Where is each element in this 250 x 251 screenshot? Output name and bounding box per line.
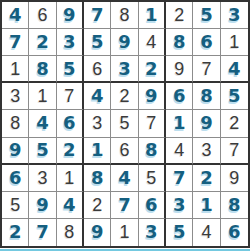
- cell-r8c9[interactable]: 8: [221, 192, 248, 219]
- cell-r2c6[interactable]: 4: [139, 29, 166, 56]
- cell-r8c6[interactable]: 6: [139, 192, 166, 219]
- cell-r1c5[interactable]: 8: [111, 2, 138, 29]
- cell-r7c3[interactable]: 1: [57, 165, 84, 192]
- cell-r9c3[interactable]: 8: [57, 219, 84, 246]
- cell-r5c4[interactable]: 3: [84, 110, 111, 137]
- cell-r3c7[interactable]: 9: [166, 56, 193, 83]
- cell-r3c1[interactable]: 1: [2, 56, 29, 83]
- cell-r4c5[interactable]: 2: [111, 83, 138, 110]
- cell-r4c6[interactable]: 9: [139, 83, 166, 110]
- cell-r3c6[interactable]: 2: [139, 56, 166, 83]
- cell-r5c9[interactable]: 2: [221, 110, 248, 137]
- cell-r2c8[interactable]: 6: [193, 29, 220, 56]
- cell-r2c5[interactable]: 9: [111, 29, 138, 56]
- cell-r7c2[interactable]: 3: [29, 165, 56, 192]
- cell-r8c3[interactable]: 4: [57, 192, 84, 219]
- cell-r8c2[interactable]: 9: [29, 192, 56, 219]
- cell-r5c1[interactable]: 8: [2, 110, 29, 137]
- cell-r1c7[interactable]: 2: [166, 2, 193, 29]
- sudoku-board: 4697812537235948611856329743174296858463…: [0, 0, 250, 248]
- cell-r7c5[interactable]: 4: [111, 165, 138, 192]
- cell-r7c1[interactable]: 6: [2, 165, 29, 192]
- cell-r6c5[interactable]: 6: [111, 138, 138, 165]
- cell-r5c2[interactable]: 4: [29, 110, 56, 137]
- cell-r1c6[interactable]: 1: [139, 2, 166, 29]
- cell-r8c4[interactable]: 2: [84, 192, 111, 219]
- cell-r6c6[interactable]: 8: [139, 138, 166, 165]
- cell-r2c2[interactable]: 2: [29, 29, 56, 56]
- cell-r1c2[interactable]: 6: [29, 2, 56, 29]
- cell-r3c4[interactable]: 6: [84, 56, 111, 83]
- cell-r7c7[interactable]: 7: [166, 165, 193, 192]
- cell-r4c4[interactable]: 4: [84, 83, 111, 110]
- cell-r5c6[interactable]: 7: [139, 110, 166, 137]
- cell-r1c4[interactable]: 7: [84, 2, 111, 29]
- cell-r4c2[interactable]: 1: [29, 83, 56, 110]
- cell-r7c8[interactable]: 2: [193, 165, 220, 192]
- cell-r2c7[interactable]: 8: [166, 29, 193, 56]
- cell-r9c1[interactable]: 2: [2, 219, 29, 246]
- cell-r5c3[interactable]: 6: [57, 110, 84, 137]
- cell-r4c9[interactable]: 5: [221, 83, 248, 110]
- cell-r6c8[interactable]: 3: [193, 138, 220, 165]
- cell-r6c4[interactable]: 1: [84, 138, 111, 165]
- cell-r3c9[interactable]: 4: [221, 56, 248, 83]
- cell-r2c1[interactable]: 7: [2, 29, 29, 56]
- cell-r1c8[interactable]: 5: [193, 2, 220, 29]
- cell-r2c4[interactable]: 5: [84, 29, 111, 56]
- sudoku-page: 4697812537235948611856329743174296858463…: [0, 0, 250, 251]
- cell-r1c9[interactable]: 3: [221, 2, 248, 29]
- cell-r6c2[interactable]: 5: [29, 138, 56, 165]
- cell-r7c4[interactable]: 8: [84, 165, 111, 192]
- cell-r7c6[interactable]: 5: [139, 165, 166, 192]
- cell-r8c1[interactable]: 5: [2, 192, 29, 219]
- cell-r9c5[interactable]: 1: [111, 219, 138, 246]
- cell-r6c9[interactable]: 7: [221, 138, 248, 165]
- cell-r6c1[interactable]: 9: [2, 138, 29, 165]
- cell-r4c8[interactable]: 8: [193, 83, 220, 110]
- cell-r7c9[interactable]: 9: [221, 165, 248, 192]
- cell-r2c9[interactable]: 1: [221, 29, 248, 56]
- cell-r3c5[interactable]: 3: [111, 56, 138, 83]
- cell-r8c8[interactable]: 1: [193, 192, 220, 219]
- cell-r6c7[interactable]: 4: [166, 138, 193, 165]
- cell-r5c5[interactable]: 5: [111, 110, 138, 137]
- cell-r8c5[interactable]: 7: [111, 192, 138, 219]
- cell-r4c1[interactable]: 3: [2, 83, 29, 110]
- cell-r5c7[interactable]: 1: [166, 110, 193, 137]
- cell-r3c8[interactable]: 7: [193, 56, 220, 83]
- cell-r2c3[interactable]: 3: [57, 29, 84, 56]
- cell-r4c7[interactable]: 6: [166, 83, 193, 110]
- cell-r3c2[interactable]: 8: [29, 56, 56, 83]
- cell-r9c4[interactable]: 9: [84, 219, 111, 246]
- cell-r6c3[interactable]: 2: [57, 138, 84, 165]
- cell-r9c8[interactable]: 4: [193, 219, 220, 246]
- cell-r3c3[interactable]: 5: [57, 56, 84, 83]
- cell-r4c3[interactable]: 7: [57, 83, 84, 110]
- cell-r9c2[interactable]: 7: [29, 219, 56, 246]
- cell-r9c7[interactable]: 5: [166, 219, 193, 246]
- cell-r1c1[interactable]: 4: [2, 2, 29, 29]
- cell-r9c6[interactable]: 3: [139, 219, 166, 246]
- cell-r8c7[interactable]: 3: [166, 192, 193, 219]
- cell-r9c9[interactable]: 6: [221, 219, 248, 246]
- cell-r5c8[interactable]: 9: [193, 110, 220, 137]
- cell-r1c3[interactable]: 9: [57, 2, 84, 29]
